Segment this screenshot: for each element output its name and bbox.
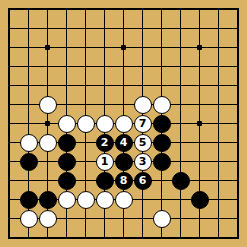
- go-board: 72451386: [0, 0, 247, 247]
- intersection-6-8[interactable]: [114, 152, 133, 171]
- white-stone[interactable]: [115, 115, 133, 133]
- intersection-6-2[interactable]: [114, 38, 133, 57]
- intersection-0-7[interactable]: [0, 133, 19, 152]
- intersection-8-10[interactable]: [152, 190, 171, 209]
- move-number-label: 3: [139, 156, 147, 167]
- grid-line-vertical: [9, 171, 10, 190]
- intersection-10-4[interactable]: [190, 76, 209, 95]
- intersection-11-7[interactable]: [209, 133, 228, 152]
- intersection-6-6[interactable]: [114, 114, 133, 133]
- intersection-12-11[interactable]: [228, 209, 247, 228]
- intersection-4-1[interactable]: [76, 19, 95, 38]
- grid-line-vertical: [237, 38, 238, 57]
- black-stone[interactable]: [58, 153, 76, 171]
- intersection-10-0[interactable]: [190, 0, 209, 19]
- grid-line-vertical: [218, 152, 219, 171]
- grid-line-vertical: [9, 228, 10, 238]
- star-point: [197, 45, 202, 50]
- grid-line-vertical: [199, 57, 200, 76]
- intersection-12-3[interactable]: [228, 57, 247, 76]
- intersection-0-5[interactable]: [0, 95, 19, 114]
- intersection-11-1[interactable]: [209, 19, 228, 38]
- intersection-0-0[interactable]: [0, 0, 19, 19]
- intersection-1-9[interactable]: [19, 171, 38, 190]
- intersection-8-8[interactable]: [152, 152, 171, 171]
- intersection-1-11[interactable]: [19, 209, 38, 228]
- grid-line-vertical: [237, 76, 238, 95]
- grid-line-vertical: [28, 57, 29, 76]
- intersection-5-7[interactable]: 2: [95, 133, 114, 152]
- intersection-10-12[interactable]: [190, 228, 209, 247]
- black-stone[interactable]: [58, 172, 76, 190]
- grid-line-vertical: [180, 133, 181, 152]
- intersection-8-1[interactable]: [152, 19, 171, 38]
- intersection-7-7[interactable]: 5: [133, 133, 152, 152]
- white-stone[interactable]: [39, 210, 57, 228]
- intersection-11-3[interactable]: [209, 57, 228, 76]
- grid-line-vertical: [161, 57, 162, 76]
- grid-line-vertical: [47, 171, 48, 190]
- intersection-0-11[interactable]: [0, 209, 19, 228]
- grid-line-vertical: [161, 228, 162, 238]
- grid-line-vertical: [85, 76, 86, 95]
- grid-line-vertical: [28, 95, 29, 114]
- black-stone[interactable]: 2: [96, 134, 114, 152]
- intersection-0-9[interactable]: [0, 171, 19, 190]
- intersection-10-5[interactable]: [190, 95, 209, 114]
- grid-line-vertical: [123, 19, 124, 38]
- grid-line-vertical: [66, 95, 67, 114]
- grid-line-vertical: [9, 38, 10, 57]
- grid-line-vertical: [199, 152, 200, 171]
- white-stone[interactable]: 5: [134, 134, 152, 152]
- grid-line-vertical: [104, 228, 105, 238]
- intersection-7-12[interactable]: [133, 228, 152, 247]
- white-stone[interactable]: 1: [96, 153, 114, 171]
- grid-line-vertical: [9, 152, 10, 171]
- black-stone[interactable]: [153, 115, 171, 133]
- intersection-12-2[interactable]: [228, 38, 247, 57]
- grid-line-horizontal: [9, 218, 19, 219]
- intersection-2-9[interactable]: [38, 171, 57, 190]
- intersection-7-11[interactable]: [133, 209, 152, 228]
- white-stone[interactable]: [39, 134, 57, 152]
- grid-line-vertical: [28, 9, 29, 19]
- intersection-2-11[interactable]: [38, 209, 57, 228]
- grid-line-vertical: [218, 57, 219, 76]
- grid-line-vertical: [180, 95, 181, 114]
- grid-line-vertical: [28, 38, 29, 57]
- intersection-1-12[interactable]: [19, 228, 38, 247]
- grid-line-horizontal: [9, 85, 19, 86]
- intersection-6-9[interactable]: 8: [114, 171, 133, 190]
- intersection-2-3[interactable]: [38, 57, 57, 76]
- intersection-12-1[interactable]: [228, 19, 247, 38]
- grid-line-vertical: [218, 76, 219, 95]
- intersection-3-5[interactable]: [57, 95, 76, 114]
- intersection-12-8[interactable]: [228, 152, 247, 171]
- grid-line-vertical: [123, 209, 124, 228]
- grid-line-vertical: [28, 76, 29, 95]
- intersection-5-4[interactable]: [95, 76, 114, 95]
- grid-line-vertical: [85, 228, 86, 238]
- black-stone[interactable]: 8: [115, 172, 133, 190]
- intersection-2-7[interactable]: [38, 133, 57, 152]
- intersection-0-6[interactable]: [0, 114, 19, 133]
- grid-line-horizontal: [9, 28, 19, 29]
- intersection-5-11[interactable]: [95, 209, 114, 228]
- intersection-6-12[interactable]: [114, 228, 133, 247]
- intersection-8-11[interactable]: [152, 209, 171, 228]
- intersection-5-5[interactable]: [95, 95, 114, 114]
- intersection-10-11[interactable]: [190, 209, 209, 228]
- intersection-12-6[interactable]: [228, 114, 247, 133]
- intersection-11-8[interactable]: [209, 152, 228, 171]
- white-stone[interactable]: [96, 191, 114, 209]
- grid-line-vertical: [218, 133, 219, 152]
- grid-line-vertical: [66, 209, 67, 228]
- grid-line-vertical: [142, 76, 143, 95]
- intersection-8-7[interactable]: [152, 133, 171, 152]
- intersection-9-1[interactable]: [171, 19, 190, 38]
- intersection-0-10[interactable]: [0, 190, 19, 209]
- white-stone[interactable]: [39, 96, 57, 114]
- black-stone[interactable]: [20, 153, 38, 171]
- intersection-4-4[interactable]: [76, 76, 95, 95]
- black-stone[interactable]: 6: [134, 172, 152, 190]
- intersection-3-0[interactable]: [57, 0, 76, 19]
- intersection-2-10[interactable]: [38, 190, 57, 209]
- grid-line-vertical: [66, 57, 67, 76]
- intersection-8-2[interactable]: [152, 38, 171, 57]
- intersection-2-5[interactable]: [38, 95, 57, 114]
- intersection-6-0[interactable]: [114, 0, 133, 19]
- grid-line-vertical: [199, 19, 200, 38]
- grid-line-vertical: [9, 114, 10, 133]
- grid-line-vertical: [161, 76, 162, 95]
- intersection-2-1[interactable]: [38, 19, 57, 38]
- grid-line-vertical: [199, 76, 200, 95]
- intersection-10-2[interactable]: [190, 38, 209, 57]
- black-stone[interactable]: [153, 153, 171, 171]
- grid-line-horizontal: [9, 66, 19, 67]
- grid-line-vertical: [142, 9, 143, 19]
- black-stone[interactable]: 4: [115, 134, 133, 152]
- move-number-label: 2: [101, 137, 109, 148]
- move-number-label: 1: [101, 156, 109, 167]
- intersection-12-4[interactable]: [228, 76, 247, 95]
- grid-line-vertical: [161, 171, 162, 190]
- grid-line-vertical: [180, 19, 181, 38]
- move-number-label: 8: [120, 175, 128, 186]
- intersection-9-0[interactable]: [171, 0, 190, 19]
- intersection-0-4[interactable]: [0, 76, 19, 95]
- white-stone[interactable]: [58, 115, 76, 133]
- intersection-7-9[interactable]: 6: [133, 171, 152, 190]
- black-stone[interactable]: [96, 172, 114, 190]
- intersection-12-9[interactable]: [228, 171, 247, 190]
- intersection-12-5[interactable]: [228, 95, 247, 114]
- grid-line-vertical: [199, 228, 200, 238]
- intersection-2-8[interactable]: [38, 152, 57, 171]
- intersection-10-9[interactable]: [190, 171, 209, 190]
- intersection-9-5[interactable]: [171, 95, 190, 114]
- grid-line-vertical: [199, 209, 200, 228]
- intersection-10-3[interactable]: [190, 57, 209, 76]
- intersection-11-9[interactable]: [209, 171, 228, 190]
- grid-line-vertical: [66, 76, 67, 95]
- intersection-9-7[interactable]: [171, 133, 190, 152]
- intersection-10-7[interactable]: [190, 133, 209, 152]
- intersection-4-7[interactable]: [76, 133, 95, 152]
- intersection-1-7[interactable]: [19, 133, 38, 152]
- grid-line-vertical: [104, 209, 105, 228]
- grid-line-vertical: [9, 57, 10, 76]
- grid-line-horizontal: [9, 199, 19, 200]
- intersection-7-3[interactable]: [133, 57, 152, 76]
- intersection-7-2[interactable]: [133, 38, 152, 57]
- intersection-9-10[interactable]: [171, 190, 190, 209]
- intersection-2-2[interactable]: [38, 38, 57, 57]
- intersection-12-0[interactable]: [228, 0, 247, 19]
- intersection-8-12[interactable]: [152, 228, 171, 247]
- white-stone[interactable]: 7: [134, 115, 152, 133]
- black-stone[interactable]: [153, 134, 171, 152]
- intersection-3-1[interactable]: [57, 19, 76, 38]
- white-stone[interactable]: [20, 134, 38, 152]
- grid-line-vertical: [85, 38, 86, 57]
- grid-line-vertical: [218, 171, 219, 190]
- intersection-0-12[interactable]: [0, 228, 19, 247]
- black-stone[interactable]: [20, 191, 38, 209]
- grid-line-vertical: [28, 114, 29, 133]
- grid-line-vertical: [104, 76, 105, 95]
- grid-line-vertical: [237, 133, 238, 152]
- white-stone[interactable]: [77, 115, 95, 133]
- intersection-3-10[interactable]: [57, 190, 76, 209]
- intersection-9-8[interactable]: [171, 152, 190, 171]
- intersection-1-1[interactable]: [19, 19, 38, 38]
- intersection-0-3[interactable]: [0, 57, 19, 76]
- intersection-9-11[interactable]: [171, 209, 190, 228]
- intersection-2-6[interactable]: [38, 114, 57, 133]
- intersection-8-6[interactable]: [152, 114, 171, 133]
- intersection-5-12[interactable]: [95, 228, 114, 247]
- intersection-9-2[interactable]: [171, 38, 190, 57]
- intersection-2-0[interactable]: [38, 0, 57, 19]
- intersection-3-9[interactable]: [57, 171, 76, 190]
- intersection-1-5[interactable]: [19, 95, 38, 114]
- grid-line-vertical: [237, 190, 238, 209]
- grid-line-vertical: [180, 57, 181, 76]
- grid-line-vertical: [218, 190, 219, 209]
- grid-line-horizontal: [9, 9, 19, 10]
- black-stone[interactable]: [39, 191, 57, 209]
- white-stone[interactable]: [115, 191, 133, 209]
- intersection-3-12[interactable]: [57, 228, 76, 247]
- grid-line-vertical: [180, 76, 181, 95]
- grid-line-vertical: [237, 9, 238, 19]
- intersection-7-10[interactable]: [133, 190, 152, 209]
- grid-line-horizontal: [9, 180, 19, 181]
- intersection-6-7[interactable]: 4: [114, 133, 133, 152]
- grid-line-vertical: [66, 228, 67, 238]
- black-stone[interactable]: [115, 153, 133, 171]
- intersection-5-1[interactable]: [95, 19, 114, 38]
- intersection-12-7[interactable]: [228, 133, 247, 152]
- intersection-3-4[interactable]: [57, 76, 76, 95]
- intersection-5-6[interactable]: [95, 114, 114, 133]
- grid-line-vertical: [237, 209, 238, 228]
- intersection-8-4[interactable]: [152, 76, 171, 95]
- intersection-8-5[interactable]: [152, 95, 171, 114]
- grid-line-vertical: [218, 228, 219, 238]
- intersection-8-3[interactable]: [152, 57, 171, 76]
- grid-line-vertical: [104, 19, 105, 38]
- grid-line-vertical: [66, 19, 67, 38]
- grid-line-vertical: [237, 19, 238, 38]
- intersection-4-3[interactable]: [76, 57, 95, 76]
- intersection-5-3[interactable]: [95, 57, 114, 76]
- intersection-9-4[interactable]: [171, 76, 190, 95]
- black-stone[interactable]: [191, 191, 209, 209]
- intersection-11-11[interactable]: [209, 209, 228, 228]
- intersection-2-4[interactable]: [38, 76, 57, 95]
- grid-line-horizontal: [9, 123, 19, 124]
- intersection-1-4[interactable]: [19, 76, 38, 95]
- intersection-9-6[interactable]: [171, 114, 190, 133]
- white-stone[interactable]: [96, 115, 114, 133]
- grid-line-vertical: [104, 57, 105, 76]
- intersection-7-8[interactable]: 3: [133, 152, 152, 171]
- black-stone[interactable]: [172, 172, 190, 190]
- white-stone[interactable]: [153, 96, 171, 114]
- intersection-12-10[interactable]: [228, 190, 247, 209]
- black-stone[interactable]: [58, 134, 76, 152]
- white-stone[interactable]: [134, 96, 152, 114]
- intersection-6-11[interactable]: [114, 209, 133, 228]
- intersection-4-6[interactable]: [76, 114, 95, 133]
- white-stone[interactable]: [153, 210, 171, 228]
- intersection-4-10[interactable]: [76, 190, 95, 209]
- intersection-10-6[interactable]: [190, 114, 209, 133]
- intersection-0-1[interactable]: [0, 19, 19, 38]
- grid-line-vertical: [218, 9, 219, 19]
- intersection-5-9[interactable]: [95, 171, 114, 190]
- intersection-10-1[interactable]: [190, 19, 209, 38]
- intersection-1-10[interactable]: [19, 190, 38, 209]
- intersection-4-2[interactable]: [76, 38, 95, 57]
- grid-line-vertical: [218, 38, 219, 57]
- grid-line-vertical: [142, 228, 143, 238]
- grid-line-vertical: [104, 9, 105, 19]
- grid-line-vertical: [47, 19, 48, 38]
- intersection-7-6[interactable]: 7: [133, 114, 152, 133]
- intersection-1-0[interactable]: [19, 0, 38, 19]
- intersection-4-11[interactable]: [76, 209, 95, 228]
- intersection-6-4[interactable]: [114, 76, 133, 95]
- grid-line-vertical: [199, 95, 200, 114]
- intersection-3-8[interactable]: [57, 152, 76, 171]
- white-stone[interactable]: 3: [134, 153, 152, 171]
- intersection-6-10[interactable]: [114, 190, 133, 209]
- white-stone[interactable]: [20, 210, 38, 228]
- intersection-7-1[interactable]: [133, 19, 152, 38]
- intersection-3-2[interactable]: [57, 38, 76, 57]
- intersection-4-5[interactable]: [76, 95, 95, 114]
- move-number-label: 4: [120, 137, 128, 148]
- grid-line-vertical: [199, 133, 200, 152]
- grid-line-vertical: [28, 19, 29, 38]
- intersection-3-11[interactable]: [57, 209, 76, 228]
- intersection-6-3[interactable]: [114, 57, 133, 76]
- intersection-11-4[interactable]: [209, 76, 228, 95]
- intersection-0-2[interactable]: [0, 38, 19, 57]
- white-stone[interactable]: [77, 191, 95, 209]
- intersection-11-2[interactable]: [209, 38, 228, 57]
- intersection-3-6[interactable]: [57, 114, 76, 133]
- intersection-7-4[interactable]: [133, 76, 152, 95]
- intersection-4-8[interactable]: [76, 152, 95, 171]
- intersection-6-1[interactable]: [114, 19, 133, 38]
- intersection-7-0[interactable]: [133, 0, 152, 19]
- intersection-9-12[interactable]: [171, 228, 190, 247]
- intersection-11-12[interactable]: [209, 228, 228, 247]
- intersection-8-9[interactable]: [152, 171, 171, 190]
- grid-line-vertical: [104, 38, 105, 57]
- intersection-5-8[interactable]: 1: [95, 152, 114, 171]
- intersection-5-0[interactable]: [95, 0, 114, 19]
- intersection-9-9[interactable]: [171, 171, 190, 190]
- intersection-11-6[interactable]: [209, 114, 228, 133]
- intersection-8-0[interactable]: [152, 0, 171, 19]
- intersection-11-0[interactable]: [209, 0, 228, 19]
- intersection-4-9[interactable]: [76, 171, 95, 190]
- intersection-1-3[interactable]: [19, 57, 38, 76]
- intersection-10-8[interactable]: [190, 152, 209, 171]
- grid-line-horizontal: [9, 161, 19, 162]
- intersection-2-12[interactable]: [38, 228, 57, 247]
- intersection-7-5[interactable]: [133, 95, 152, 114]
- intersection-0-8[interactable]: [0, 152, 19, 171]
- white-stone[interactable]: [58, 191, 76, 209]
- intersection-6-5[interactable]: [114, 95, 133, 114]
- intersection-1-2[interactable]: [19, 38, 38, 57]
- grid-line-vertical: [9, 133, 10, 152]
- intersection-3-7[interactable]: [57, 133, 76, 152]
- intersection-5-2[interactable]: [95, 38, 114, 57]
- grid-line-vertical: [123, 57, 124, 76]
- intersection-11-10[interactable]: [209, 190, 228, 209]
- intersection-1-8[interactable]: [19, 152, 38, 171]
- intersection-3-3[interactable]: [57, 57, 76, 76]
- intersection-10-10[interactable]: [190, 190, 209, 209]
- grid-line-vertical: [161, 9, 162, 19]
- grid-line-vertical: [180, 9, 181, 19]
- intersection-12-12[interactable]: [228, 228, 247, 247]
- grid-line-horizontal: [9, 237, 19, 238]
- intersection-9-3[interactable]: [171, 57, 190, 76]
- intersection-4-12[interactable]: [76, 228, 95, 247]
- move-number-label: 7: [139, 118, 147, 129]
- intersection-5-10[interactable]: [95, 190, 114, 209]
- intersection-1-6[interactable]: [19, 114, 38, 133]
- grid-line-vertical: [142, 19, 143, 38]
- intersection-4-0[interactable]: [76, 0, 95, 19]
- grid-line-vertical: [47, 228, 48, 238]
- intersection-11-5[interactable]: [209, 95, 228, 114]
- grid-line-vertical: [9, 209, 10, 228]
